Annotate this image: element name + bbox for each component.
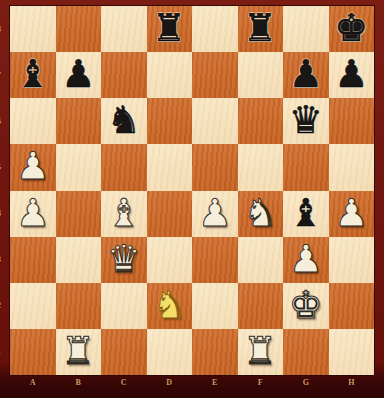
rank-label-5: 5: [0, 144, 9, 190]
square-h4[interactable]: ♟: [329, 191, 375, 237]
square-e4[interactable]: ♟: [192, 191, 238, 237]
square-e6[interactable]: [192, 98, 238, 144]
rank-labels: 87654321: [0, 6, 9, 375]
square-c2[interactable]: [101, 283, 147, 329]
file-label-b: B: [56, 375, 102, 390]
piece-white-pawn[interactable]: ♟: [334, 194, 368, 232]
file-label-h: H: [329, 375, 375, 390]
square-g7[interactable]: ♟: [283, 52, 329, 98]
square-h7[interactable]: ♟: [329, 52, 375, 98]
square-e7[interactable]: [192, 52, 238, 98]
file-label-f: F: [238, 375, 284, 390]
square-c8[interactable]: [101, 6, 147, 52]
square-b8[interactable]: [56, 6, 102, 52]
square-f3[interactable]: [238, 237, 284, 283]
square-b7[interactable]: ♟: [56, 52, 102, 98]
piece-white-pawn[interactable]: ♟: [16, 147, 50, 185]
piece-white-pawn[interactable]: ♟: [289, 240, 323, 278]
file-labels: ABCDEFGH: [10, 375, 374, 390]
square-a7[interactable]: ♝: [10, 52, 56, 98]
piece-black-bishop[interactable]: ♝: [16, 55, 50, 93]
file-label-d: D: [147, 375, 193, 390]
chess-board-app: 87654321 ♜♜♚♝♟♟♟♞♛♟♟♝♟♞♝♟♛♟♞♚♜♜ ABCDEFGH: [0, 0, 384, 398]
square-e1[interactable]: [192, 329, 238, 375]
piece-black-pawn[interactable]: ♟: [289, 55, 323, 93]
square-h3[interactable]: [329, 237, 375, 283]
square-f2[interactable]: [238, 283, 284, 329]
piece-white-knight[interactable]: ♞: [243, 194, 277, 232]
square-g1[interactable]: [283, 329, 329, 375]
square-c5[interactable]: [101, 144, 147, 190]
square-d4[interactable]: [147, 191, 193, 237]
square-h1[interactable]: [329, 329, 375, 375]
square-c4[interactable]: ♝: [101, 191, 147, 237]
square-f7[interactable]: [238, 52, 284, 98]
piece-black-queen[interactable]: ♛: [289, 101, 323, 139]
rank-label-4: 4: [0, 191, 9, 237]
square-h8[interactable]: ♚: [329, 6, 375, 52]
rank-label-7: 7: [0, 52, 9, 98]
square-g5[interactable]: [283, 144, 329, 190]
square-a1[interactable]: [10, 329, 56, 375]
square-c3[interactable]: ♛: [101, 237, 147, 283]
square-c1[interactable]: [101, 329, 147, 375]
rank-label-1: 1: [0, 329, 9, 375]
square-g3[interactable]: ♟: [283, 237, 329, 283]
square-g2[interactable]: ♚: [283, 283, 329, 329]
piece-black-rook[interactable]: ♜: [243, 9, 277, 47]
rank-label-6: 6: [0, 98, 9, 144]
square-b2[interactable]: [56, 283, 102, 329]
square-e5[interactable]: [192, 144, 238, 190]
square-b3[interactable]: [56, 237, 102, 283]
square-e2[interactable]: [192, 283, 238, 329]
piece-white-bishop[interactable]: ♝: [107, 194, 141, 232]
rank-label-3: 3: [0, 237, 9, 283]
piece-black-pawn[interactable]: ♟: [61, 55, 95, 93]
piece-black-pawn[interactable]: ♟: [334, 55, 368, 93]
file-label-a: A: [10, 375, 56, 390]
piece-white-knight[interactable]: ♞: [152, 286, 186, 324]
file-label-g: G: [283, 375, 329, 390]
file-label-c: C: [101, 375, 147, 390]
square-a8[interactable]: [10, 6, 56, 52]
square-f1[interactable]: ♜: [238, 329, 284, 375]
square-b6[interactable]: [56, 98, 102, 144]
rank-label-8: 8: [0, 6, 9, 52]
square-c7[interactable]: [101, 52, 147, 98]
square-d8[interactable]: ♜: [147, 6, 193, 52]
square-d6[interactable]: [147, 98, 193, 144]
chess-board: ♜♜♚♝♟♟♟♞♛♟♟♝♟♞♝♟♛♟♞♚♜♜: [10, 6, 374, 375]
square-c6[interactable]: ♞: [101, 98, 147, 144]
piece-black-king[interactable]: ♚: [334, 9, 368, 47]
square-d5[interactable]: [147, 144, 193, 190]
square-f8[interactable]: ♜: [238, 6, 284, 52]
piece-white-pawn[interactable]: ♟: [16, 194, 50, 232]
piece-white-rook[interactable]: ♜: [61, 332, 95, 370]
square-e8[interactable]: [192, 6, 238, 52]
square-a2[interactable]: [10, 283, 56, 329]
piece-white-rook[interactable]: ♜: [243, 332, 277, 370]
square-e3[interactable]: [192, 237, 238, 283]
square-h6[interactable]: [329, 98, 375, 144]
piece-black-bishop[interactable]: ♝: [289, 194, 323, 232]
piece-black-rook[interactable]: ♜: [152, 9, 186, 47]
rank-label-2: 2: [0, 283, 9, 329]
square-b4[interactable]: [56, 191, 102, 237]
piece-white-queen[interactable]: ♛: [107, 240, 141, 278]
square-d1[interactable]: [147, 329, 193, 375]
square-d2[interactable]: ♞: [147, 283, 193, 329]
square-g4[interactable]: ♝: [283, 191, 329, 237]
piece-white-pawn[interactable]: ♟: [198, 194, 232, 232]
square-f4[interactable]: ♞: [238, 191, 284, 237]
square-h5[interactable]: [329, 144, 375, 190]
square-f5[interactable]: [238, 144, 284, 190]
square-d3[interactable]: [147, 237, 193, 283]
square-a3[interactable]: [10, 237, 56, 283]
square-g8[interactable]: [283, 6, 329, 52]
square-g6[interactable]: ♛: [283, 98, 329, 144]
square-b1[interactable]: ♜: [56, 329, 102, 375]
square-d7[interactable]: [147, 52, 193, 98]
piece-white-king[interactable]: ♚: [289, 286, 323, 324]
square-a5[interactable]: ♟: [10, 144, 56, 190]
piece-black-knight[interactable]: ♞: [107, 101, 141, 139]
square-f6[interactable]: [238, 98, 284, 144]
file-label-e: E: [192, 375, 238, 390]
square-a4[interactable]: ♟: [10, 191, 56, 237]
square-b5[interactable]: [56, 144, 102, 190]
square-a6[interactable]: [10, 98, 56, 144]
square-h2[interactable]: [329, 283, 375, 329]
